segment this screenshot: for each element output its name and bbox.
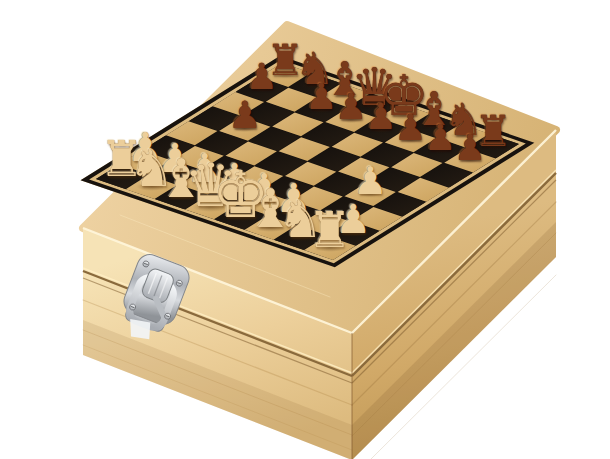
piece-black-pawn-b5[interactable]: ♟ <box>226 97 264 135</box>
chess-box-scene: ♜♞♟♝♛♟♚♟♝♟♟♞♟♜♟♟♟♟♜♟♞♟♟♝♟♛♟♚♝♟♞♜ <box>0 0 610 459</box>
piece-black-pawn-a7[interactable]: ♟ <box>244 59 280 95</box>
piece-black-pawn-h7[interactable]: ♟ <box>452 130 488 166</box>
piece-white-pawn-g4[interactable]: ♟ <box>351 162 389 200</box>
piece-white-rook-h1[interactable]: ♜ <box>305 206 354 255</box>
